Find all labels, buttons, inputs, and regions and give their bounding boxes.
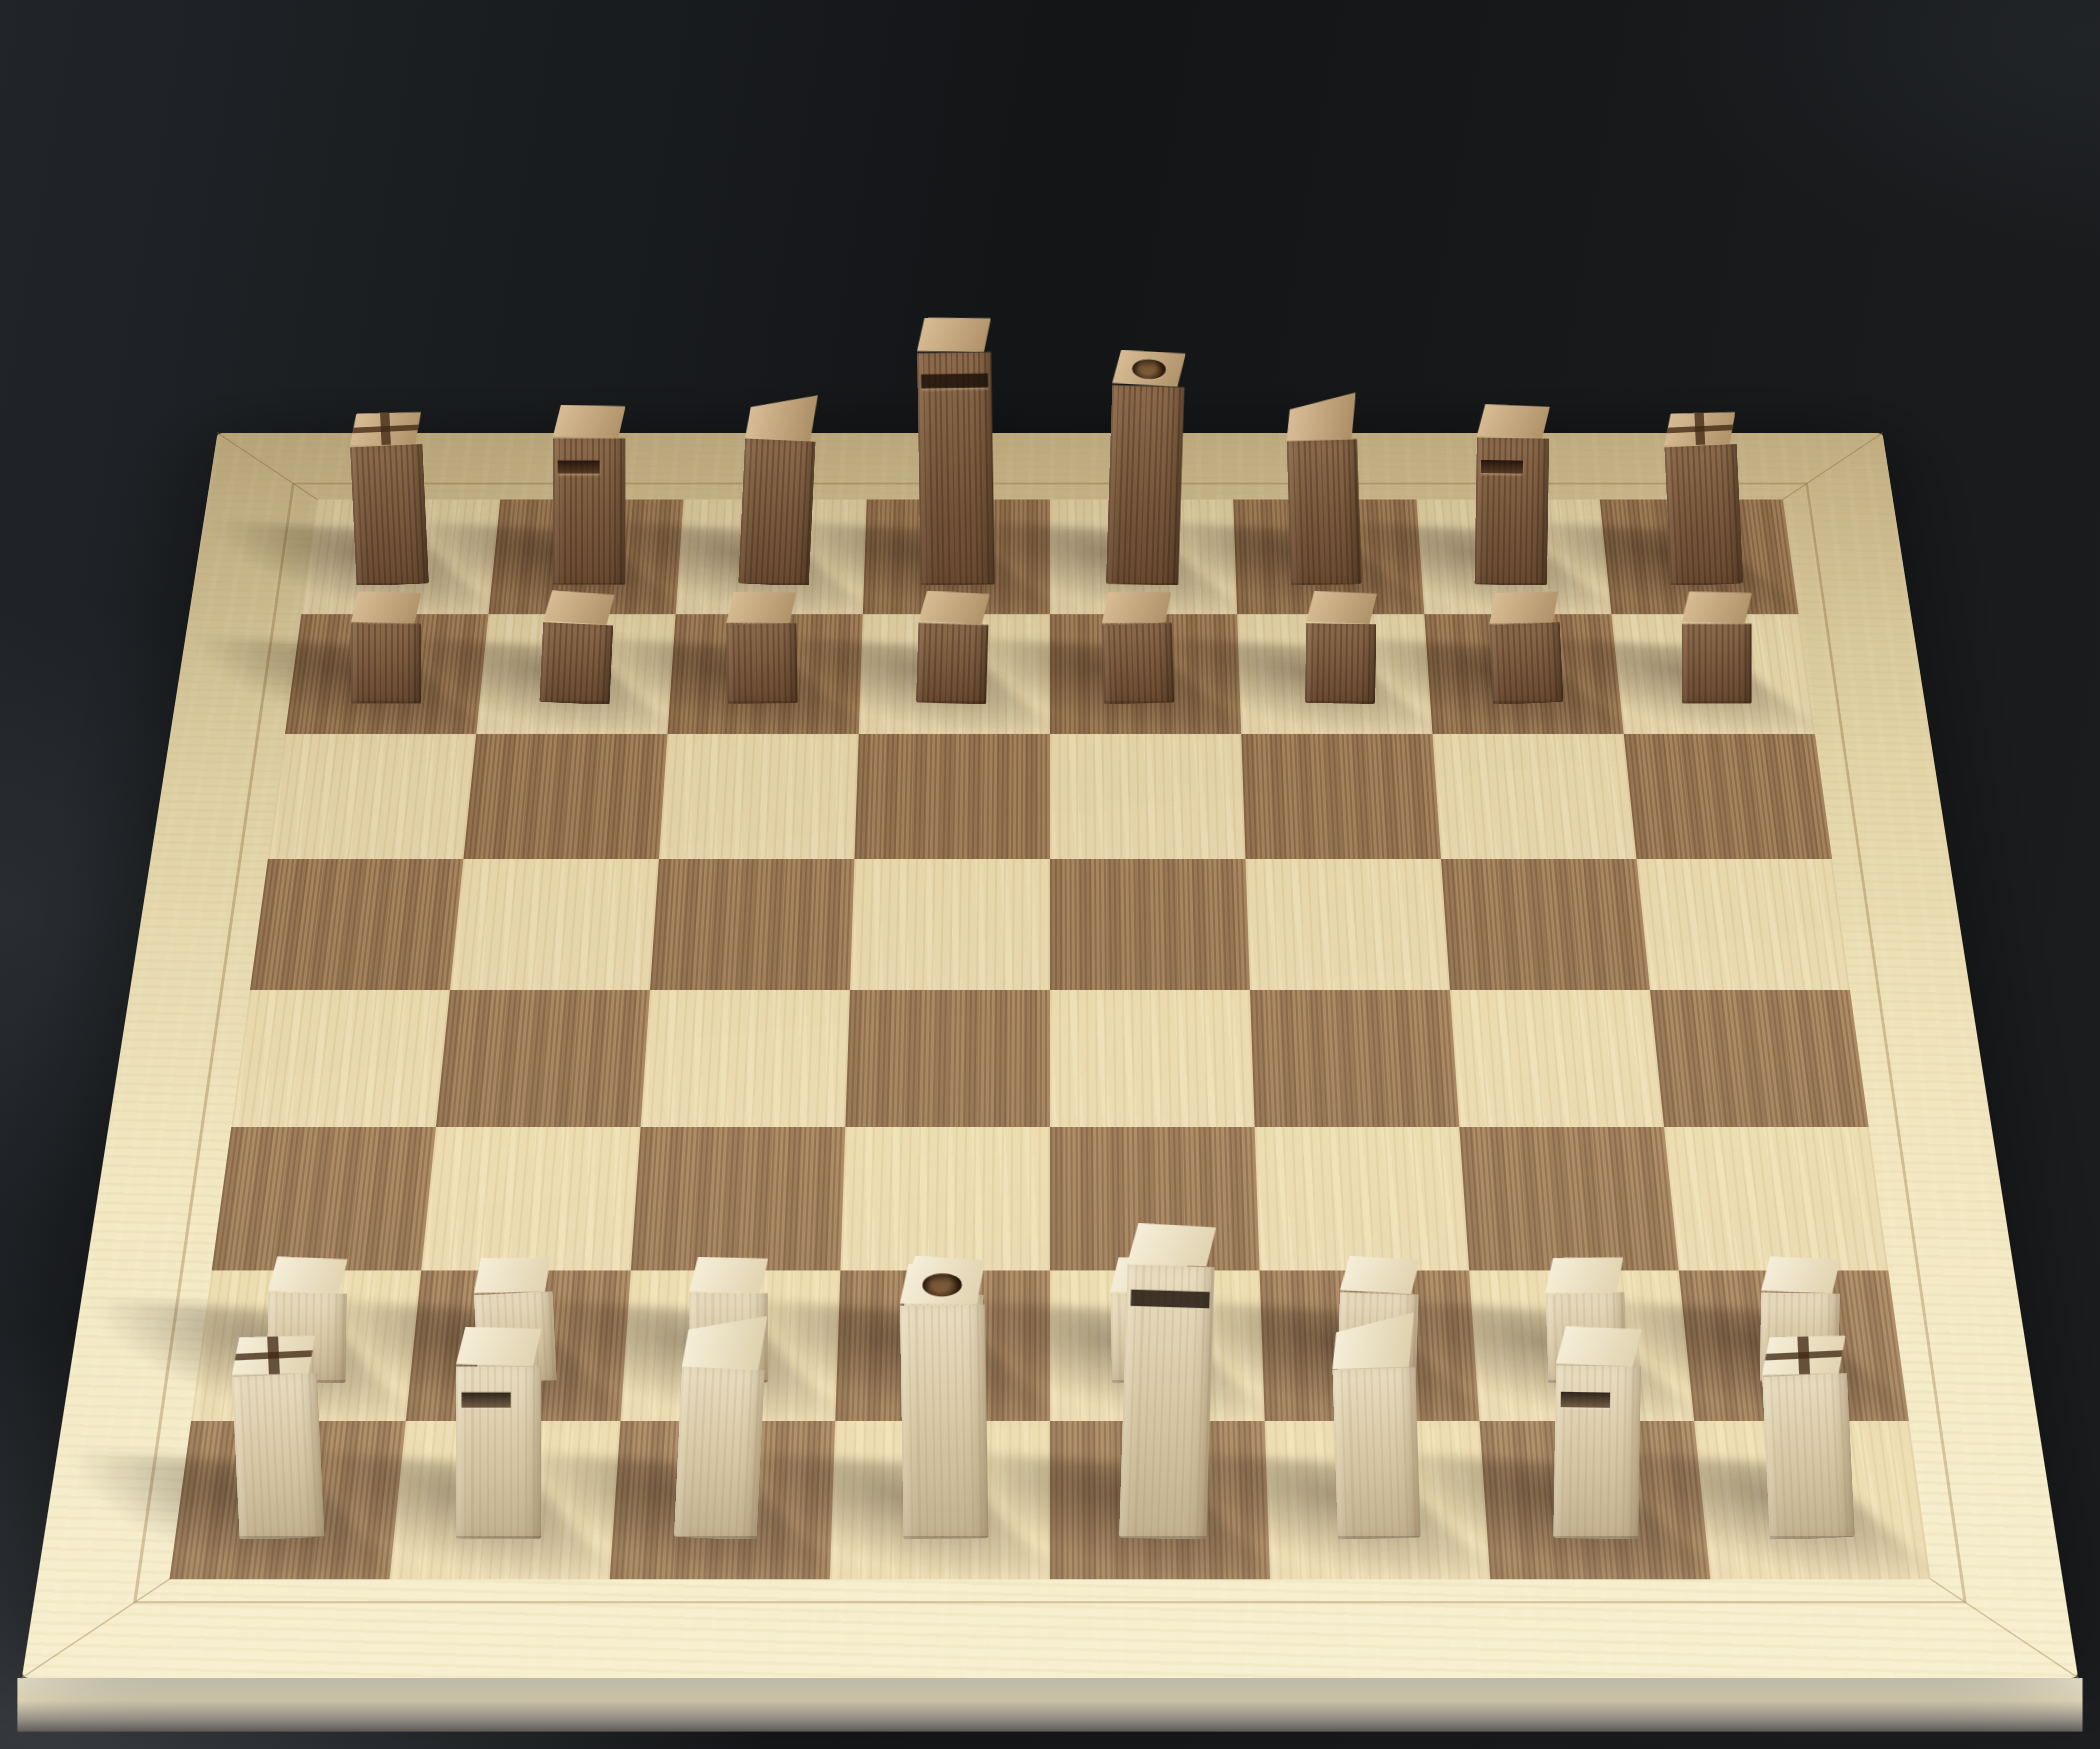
square-h7[interactable] xyxy=(1611,614,1815,734)
piece-glyph: ♝ xyxy=(746,391,747,392)
piece-top-face xyxy=(1544,1256,1624,1295)
piece-top-face xyxy=(916,317,991,354)
piece-glyph: ♙ xyxy=(906,1254,907,1255)
piece-front-face xyxy=(1119,1264,1215,1540)
piece-glyph: ♙ xyxy=(1340,1255,1341,1256)
piece-top-face xyxy=(553,405,626,439)
square-d8[interactable] xyxy=(863,500,1050,615)
square-b6[interactable] xyxy=(463,734,667,859)
square-f6[interactable] xyxy=(1241,734,1441,859)
piece-top-face xyxy=(1285,392,1357,441)
square-a7[interactable] xyxy=(285,614,489,734)
square-g8[interactable] xyxy=(1416,500,1611,615)
square-a8[interactable] xyxy=(301,500,500,615)
photo-scene: Overhead photo of a handmade minimalist … xyxy=(0,0,2100,1749)
square-b5[interactable] xyxy=(450,859,659,990)
piece-glyph: ♜ xyxy=(347,413,348,414)
square-f8[interactable] xyxy=(1233,500,1424,615)
piece-glyph: ♙ xyxy=(471,1258,472,1259)
piece-top-face xyxy=(230,1334,317,1377)
piece-white-bishop-f1[interactable]: ♗ xyxy=(1331,1312,1421,1540)
piece-top-face xyxy=(745,392,818,442)
piece-top-face xyxy=(899,1263,985,1306)
square-a6[interactable] xyxy=(268,734,476,859)
piece-white-bishop-c1[interactable]: ♗ xyxy=(674,1312,768,1541)
piece-glyph: ♙ xyxy=(1761,1255,1762,1256)
piece-glyph: ♙ xyxy=(1543,1257,1544,1258)
square-a5[interactable] xyxy=(250,859,463,990)
piece-glyph: ♜ xyxy=(1662,413,1663,414)
square-c6[interactable] xyxy=(659,734,859,859)
piece-top-face xyxy=(1128,1223,1217,1267)
piece-front-face xyxy=(456,1366,541,1539)
square-e6[interactable] xyxy=(1050,734,1246,859)
piece-white-knight-g1[interactable]: ♘ xyxy=(1553,1326,1642,1540)
piece-glyph: ♕ xyxy=(898,1263,899,1264)
square-b8[interactable] xyxy=(489,500,684,615)
piece-glyph: ♛ xyxy=(1112,349,1113,350)
square-h8[interactable] xyxy=(1600,500,1799,615)
board-front-edge xyxy=(17,1678,2082,1732)
square-g6[interactable] xyxy=(1433,734,1637,859)
square-c5[interactable] xyxy=(650,859,854,990)
square-b7[interactable] xyxy=(476,614,675,734)
piece-top-face xyxy=(1556,1326,1642,1367)
square-g5[interactable] xyxy=(1441,859,1650,990)
square-h5[interactable] xyxy=(1637,859,1850,990)
piece-glyph: ♞ xyxy=(1476,403,1477,404)
piece-glyph: ♝ xyxy=(1284,394,1285,395)
square-f5[interactable] xyxy=(1246,859,1450,990)
piece-top-face xyxy=(1112,350,1186,388)
piece-top-face xyxy=(1340,1256,1420,1295)
square-h6[interactable] xyxy=(1624,734,1832,859)
piece-top-face xyxy=(472,1255,553,1295)
piece-top-face xyxy=(268,1256,348,1294)
piece-glyph: ♙ xyxy=(268,1255,269,1256)
square-c8[interactable] xyxy=(676,500,867,615)
piece-front-face xyxy=(1762,1373,1855,1541)
piece-white-rook-a1[interactable]: ♖ xyxy=(230,1334,325,1541)
piece-slot-h1: ♖ xyxy=(1694,1421,1930,1579)
piece-top-face xyxy=(348,410,422,447)
piece-top-face xyxy=(1477,404,1550,439)
piece-top-face xyxy=(1761,1256,1841,1294)
chess-board: ♜♞♝♚♛♝♞♜♟♟♟♟♟♟♟♟♙♙♙♙♙♙♙♙♖♘♗♕♔♗♘♖ xyxy=(22,433,2078,1678)
square-f7[interactable] xyxy=(1237,614,1432,734)
square-d5[interactable] xyxy=(850,859,1050,990)
piece-glyph: ♙ xyxy=(688,1256,689,1257)
piece-glyph: ♔ xyxy=(1128,1222,1129,1223)
piece-front-face xyxy=(900,1304,989,1539)
piece-front-face xyxy=(232,1373,325,1541)
piece-glyph: ♙ xyxy=(1109,1256,1110,1257)
square-d6[interactable] xyxy=(854,734,1050,859)
piece-white-king-e1[interactable]: ♔ xyxy=(1119,1223,1216,1541)
square-e8[interactable] xyxy=(1050,500,1237,615)
piece-top-face xyxy=(1760,1334,1847,1377)
piece-top-face xyxy=(1331,1312,1416,1369)
square-d7[interactable] xyxy=(859,614,1050,734)
square-e7[interactable] xyxy=(1050,614,1241,734)
piece-top-face xyxy=(682,1312,768,1371)
piece-white-rook-h1[interactable]: ♖ xyxy=(1760,1334,1855,1541)
piece-front-face xyxy=(1553,1365,1641,1539)
piece-white-knight-b1[interactable]: ♘ xyxy=(456,1327,541,1539)
square-e5[interactable] xyxy=(1050,859,1250,990)
piece-glyph: ♞ xyxy=(552,404,553,405)
square-c7[interactable] xyxy=(667,614,862,734)
piece-top-face xyxy=(456,1327,541,1366)
piece-top-face xyxy=(1663,410,1737,447)
piece-white-queen-d1[interactable]: ♕ xyxy=(899,1263,989,1540)
piece-front-face xyxy=(674,1367,765,1541)
square-g7[interactable] xyxy=(1424,614,1623,734)
piece-top-face xyxy=(689,1257,768,1293)
piece-glyph: ♚ xyxy=(915,317,916,318)
piece-front-face xyxy=(1332,1367,1420,1540)
